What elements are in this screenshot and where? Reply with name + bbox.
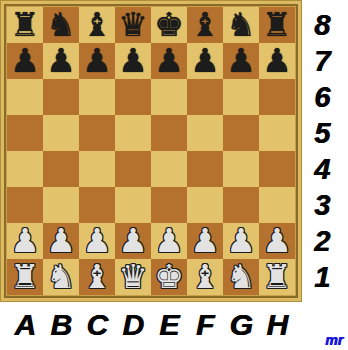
black-pawn: ♟: [46, 43, 76, 79]
square-h2[interactable]: ♟: [259, 223, 295, 259]
square-b7[interactable]: ♟: [43, 43, 79, 79]
square-g4[interactable]: [223, 151, 259, 187]
square-c6[interactable]: [79, 79, 115, 115]
square-c8[interactable]: ♝: [79, 7, 115, 43]
square-f5[interactable]: [187, 115, 223, 151]
square-f2[interactable]: ♟: [187, 223, 223, 259]
square-a5[interactable]: [7, 115, 43, 151]
black-pawn: ♟: [82, 43, 112, 79]
square-d7[interactable]: ♟: [115, 43, 151, 79]
white-pawn: ♟: [82, 223, 112, 259]
black-knight: ♞: [46, 7, 76, 43]
black-pawn: ♟: [190, 43, 220, 79]
square-d8[interactable]: ♛: [115, 7, 151, 43]
black-queen: ♛: [118, 7, 148, 43]
square-f3[interactable]: [187, 187, 223, 223]
white-knight: ♞: [226, 259, 256, 295]
square-a4[interactable]: [7, 151, 43, 187]
square-a2[interactable]: ♟: [7, 223, 43, 259]
rank-label-8: 8: [302, 7, 348, 43]
file-label-H: H: [259, 302, 295, 348]
square-e6[interactable]: [151, 79, 187, 115]
square-b2[interactable]: ♟: [43, 223, 79, 259]
file-label-F: F: [187, 302, 223, 348]
square-d5[interactable]: [115, 115, 151, 151]
square-a6[interactable]: [7, 79, 43, 115]
white-knight: ♞: [46, 259, 76, 295]
white-queen: ♛: [118, 259, 148, 295]
square-a1[interactable]: ♜: [7, 259, 43, 295]
square-b8[interactable]: ♞: [43, 7, 79, 43]
square-h6[interactable]: [259, 79, 295, 115]
black-knight: ♞: [226, 7, 256, 43]
square-g3[interactable]: [223, 187, 259, 223]
square-d6[interactable]: [115, 79, 151, 115]
square-a7[interactable]: ♟: [7, 43, 43, 79]
white-pawn: ♟: [10, 223, 40, 259]
square-c4[interactable]: [79, 151, 115, 187]
square-c2[interactable]: ♟: [79, 223, 115, 259]
file-label-E: E: [151, 302, 187, 348]
white-pawn: ♟: [226, 223, 256, 259]
black-pawn: ♟: [118, 43, 148, 79]
file-label-C: C: [79, 302, 115, 348]
white-pawn: ♟: [118, 223, 148, 259]
square-f8[interactable]: ♝: [187, 7, 223, 43]
rank-label-2: 2: [302, 223, 348, 259]
file-label-B: B: [43, 302, 79, 348]
white-bishop: ♝: [190, 259, 220, 295]
square-e1[interactable]: ♚: [151, 259, 187, 295]
square-b4[interactable]: [43, 151, 79, 187]
square-b3[interactable]: [43, 187, 79, 223]
white-pawn: ♟: [190, 223, 220, 259]
square-g1[interactable]: ♞: [223, 259, 259, 295]
square-e4[interactable]: [151, 151, 187, 187]
square-e8[interactable]: ♚: [151, 7, 187, 43]
square-f6[interactable]: [187, 79, 223, 115]
square-e5[interactable]: [151, 115, 187, 151]
square-f1[interactable]: ♝: [187, 259, 223, 295]
black-pawn: ♟: [10, 43, 40, 79]
square-b1[interactable]: ♞: [43, 259, 79, 295]
square-e2[interactable]: ♟: [151, 223, 187, 259]
file-label-D: D: [115, 302, 151, 348]
white-pawn: ♟: [262, 223, 292, 259]
square-c5[interactable]: [79, 115, 115, 151]
square-g5[interactable]: [223, 115, 259, 151]
square-h5[interactable]: [259, 115, 295, 151]
white-pawn: ♟: [46, 223, 76, 259]
black-king: ♚: [154, 7, 184, 43]
rank-label-6: 6: [302, 79, 348, 115]
square-g2[interactable]: ♟: [223, 223, 259, 259]
square-c3[interactable]: [79, 187, 115, 223]
square-a8[interactable]: ♜: [7, 7, 43, 43]
black-pawn: ♟: [226, 43, 256, 79]
square-e3[interactable]: [151, 187, 187, 223]
square-d4[interactable]: [115, 151, 151, 187]
black-bishop: ♝: [190, 7, 220, 43]
file-label-A: A: [7, 302, 43, 348]
square-b5[interactable]: [43, 115, 79, 151]
black-pawn: ♟: [154, 43, 184, 79]
white-king: ♚: [154, 259, 184, 295]
white-pawn: ♟: [154, 223, 184, 259]
black-bishop: ♝: [82, 7, 112, 43]
black-rook: ♜: [10, 7, 40, 43]
black-rook: ♜: [262, 7, 292, 43]
rank-label-4: 4: [302, 151, 348, 187]
file-labels: ABCDEFGH: [7, 302, 295, 348]
square-h3[interactable]: [259, 187, 295, 223]
white-rook: ♜: [10, 259, 40, 295]
white-rook: ♜: [262, 259, 292, 295]
author-watermark: mr: [325, 332, 343, 348]
square-g7[interactable]: ♟: [223, 43, 259, 79]
square-d2[interactable]: ♟: [115, 223, 151, 259]
rank-label-1: 1: [302, 259, 348, 295]
square-f4[interactable]: [187, 151, 223, 187]
square-h7[interactable]: ♟: [259, 43, 295, 79]
square-c1[interactable]: ♝: [79, 259, 115, 295]
square-c7[interactable]: ♟: [79, 43, 115, 79]
square-f7[interactable]: ♟: [187, 43, 223, 79]
chess-app: ♜♞♝♛♚♝♞♜♟♟♟♟♟♟♟♟♟♟♟♟♟♟♟♟♜♞♝♛♚♝♞♜ 8765432…: [0, 0, 348, 350]
square-h1[interactable]: ♜: [259, 259, 295, 295]
chess-board: ♜♞♝♛♚♝♞♜♟♟♟♟♟♟♟♟♟♟♟♟♟♟♟♟♜♞♝♛♚♝♞♜: [0, 0, 302, 302]
rank-label-3: 3: [302, 187, 348, 223]
board-frame-inner: ♜♞♝♛♚♝♞♜♟♟♟♟♟♟♟♟♟♟♟♟♟♟♟♟♜♞♝♛♚♝♞♜: [4, 4, 298, 298]
black-pawn: ♟: [262, 43, 292, 79]
square-g6[interactable]: [223, 79, 259, 115]
rank-labels: 87654321: [302, 7, 348, 295]
square-a3[interactable]: [7, 187, 43, 223]
rank-label-5: 5: [302, 115, 348, 151]
square-h8[interactable]: ♜: [259, 7, 295, 43]
square-e7[interactable]: ♟: [151, 43, 187, 79]
file-label-G: G: [223, 302, 259, 348]
board-grid: ♜♞♝♛♚♝♞♜♟♟♟♟♟♟♟♟♟♟♟♟♟♟♟♟♜♞♝♛♚♝♞♜: [7, 7, 295, 295]
rank-label-7: 7: [302, 43, 348, 79]
square-b6[interactable]: [43, 79, 79, 115]
square-d1[interactable]: ♛: [115, 259, 151, 295]
square-g8[interactable]: ♞: [223, 7, 259, 43]
square-h4[interactable]: [259, 151, 295, 187]
square-d3[interactable]: [115, 187, 151, 223]
white-bishop: ♝: [82, 259, 112, 295]
